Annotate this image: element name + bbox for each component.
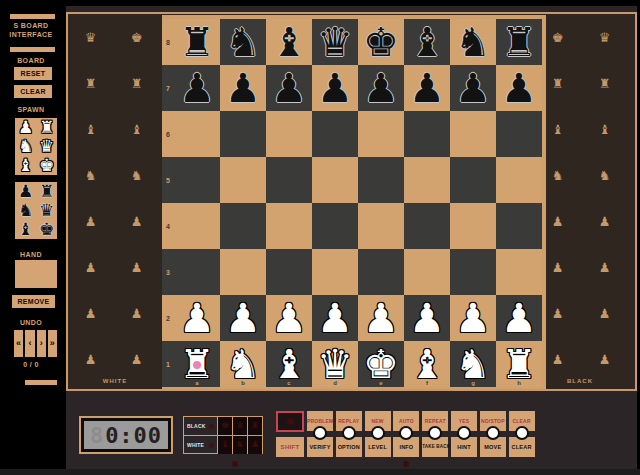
- setup-knight-icon: ♞: [598, 169, 611, 183]
- setup-symbol-row: ♟♟: [66, 199, 160, 245]
- square-f8[interactable]: ♝: [404, 19, 450, 65]
- rank-label-1: 1: [162, 341, 174, 387]
- black-pawn-glyph: ♟: [15, 182, 36, 201]
- spawn-black-knight[interactable]: ♞: [15, 201, 36, 220]
- indicator-row-white: WHITE♝♞♟: [184, 436, 262, 454]
- white-pawn-glyph: ♟: [496, 295, 542, 341]
- square-c3[interactable]: [266, 249, 312, 295]
- key-column-option: REPLAYOPTION: [336, 411, 362, 457]
- undo-section-label: UNDO: [0, 319, 62, 326]
- key-column-hint: YESHINT: [451, 411, 477, 457]
- spawn-black-bishop[interactable]: ♝: [15, 220, 36, 239]
- chess-board: 87654321 ♜♞♝♛♚♝♞♜♟♟♟♟♟♟♟♟♟♟♟♟♟♟♟♟♜a♞b♝c♛…: [162, 15, 546, 391]
- setup-pawn-icon: ♟: [551, 353, 564, 367]
- file-label-h: h: [496, 380, 542, 387]
- key-label-move[interactable]: MOVE: [480, 437, 506, 457]
- spawn-white-pawn[interactable]: ♟: [15, 118, 36, 137]
- black-pawn-glyph: ♟: [404, 65, 450, 111]
- square-c6[interactable]: [266, 111, 312, 157]
- black-queen-glyph: ♛: [36, 201, 57, 220]
- setup-pawn-icon: ♟: [84, 261, 97, 275]
- clock-display: 8 0:00: [79, 416, 173, 454]
- setup-symbol-row: ♟♟: [66, 337, 160, 383]
- setup-symbol-row: ♝♝: [546, 107, 637, 153]
- divider-bar: [10, 47, 55, 52]
- undo-controls: «‹›»: [14, 330, 57, 357]
- indicator-row-black: BLACK♚♛♜: [184, 417, 262, 436]
- square-f3[interactable]: [404, 249, 450, 295]
- square-c5[interactable]: [266, 157, 312, 203]
- square-h5[interactable]: [496, 157, 542, 203]
- key-column-info: AUTOINFO: [393, 411, 419, 457]
- square-a2[interactable]: ♟: [174, 295, 220, 341]
- setup-pawn-icon: ♟: [598, 353, 611, 367]
- square-f5[interactable]: [404, 157, 450, 203]
- hand-slot[interactable]: [15, 260, 57, 288]
- square-f4[interactable]: [404, 203, 450, 249]
- key-column-verify: PROBLEMVERIFY: [307, 411, 333, 457]
- black-pawn-glyph: ♟: [450, 65, 496, 111]
- square-f1[interactable]: ♝f: [404, 341, 450, 387]
- setup-pawn-icon: ♟: [551, 261, 564, 275]
- interface-title: S BOARD INTERFACE: [0, 21, 62, 39]
- square-g8[interactable]: ♞: [450, 19, 496, 65]
- board-frame: ♛♚♜♜♝♝♞♞♟♟♟♟♟♟♟♟ ♚♛♜♜♝♝♞♞♟♟♟♟♟♟♟♟ WHITE …: [66, 12, 637, 391]
- black-pawn-glyph: ♟: [266, 65, 312, 111]
- key-column-level: NEWLEVEL: [365, 411, 391, 457]
- square-b5[interactable]: [220, 157, 266, 203]
- highlight-dot: [193, 361, 201, 369]
- key-label-info[interactable]: INFO: [393, 437, 419, 457]
- spawn-black-queen[interactable]: ♛: [36, 201, 57, 220]
- setup-symbol-row: ♛♚: [66, 15, 160, 61]
- square-e3[interactable]: [358, 249, 404, 295]
- square-g1[interactable]: ♞g: [450, 341, 496, 387]
- square-d4[interactable]: [312, 203, 358, 249]
- rank-label-2: 2: [162, 295, 174, 341]
- setup-symbol-row: ♝♝: [66, 107, 160, 153]
- white-spawn-palette: ♟♜♞♛♝♚: [15, 118, 57, 175]
- setup-rook-icon: ♜: [84, 77, 97, 91]
- square-d5[interactable]: [312, 157, 358, 203]
- square-g6[interactable]: [450, 111, 496, 157]
- rank-label-8: 8: [162, 19, 174, 65]
- spawn-white-rook[interactable]: ♜: [36, 118, 57, 137]
- setup-bishop-icon: ♝: [130, 123, 143, 137]
- black-bishop-glyph: ♝: [404, 19, 450, 65]
- black-pawn-glyph: ♟: [496, 65, 542, 111]
- setup-queen-icon: ♛: [598, 31, 611, 45]
- rank-labels: 87654321: [162, 19, 174, 387]
- square-b8[interactable]: ♞: [220, 19, 266, 65]
- setup-king-icon: ♚: [551, 31, 564, 45]
- square-a3[interactable]: [174, 249, 220, 295]
- square-h4[interactable]: [496, 203, 542, 249]
- file-label-d: d: [312, 380, 358, 387]
- key-label-verify[interactable]: VERIFY: [307, 437, 333, 457]
- square-d6[interactable]: [312, 111, 358, 157]
- square-a7[interactable]: ♟: [174, 65, 220, 111]
- square-e4[interactable]: [358, 203, 404, 249]
- info-led-icon: [403, 461, 409, 467]
- shift-led-box: [276, 411, 304, 432]
- black-bishop-glyph: ♝: [266, 19, 312, 65]
- setup-symbol-row: ♟♟: [546, 245, 637, 291]
- square-c8[interactable]: ♝: [266, 19, 312, 65]
- square-g5[interactable]: [450, 157, 496, 203]
- square-a6[interactable]: [174, 111, 220, 157]
- square-c7[interactable]: ♟: [266, 65, 312, 111]
- setup-pawn-icon: ♟: [84, 215, 97, 229]
- square-e7[interactable]: ♟: [358, 65, 404, 111]
- setup-rook-icon: ♜: [130, 77, 143, 91]
- key-label-hint[interactable]: HINT: [451, 437, 477, 457]
- setup-king-icon: ♚: [130, 31, 143, 45]
- square-g2[interactable]: ♟: [450, 295, 496, 341]
- indicator-king-cell: ♚: [217, 417, 232, 435]
- square-e2[interactable]: ♟: [358, 295, 404, 341]
- square-a4[interactable]: [174, 203, 220, 249]
- side-indicator-panel: BLACK♚♛♜WHITE♝♞♟: [183, 416, 263, 454]
- square-d1[interactable]: ♛d: [312, 341, 358, 387]
- indicator-cells: ♝♞♟: [217, 436, 262, 454]
- key-column-move: NO/STOPMOVE: [480, 411, 506, 457]
- square-b3[interactable]: [220, 249, 266, 295]
- square-e5[interactable]: [358, 157, 404, 203]
- key-button-option[interactable]: [342, 426, 356, 440]
- square-f6[interactable]: [404, 111, 450, 157]
- file-label-g: g: [450, 380, 496, 387]
- rank-label-3: 3: [162, 249, 174, 295]
- white-pawn-glyph: ♟: [404, 295, 450, 341]
- square-h3[interactable]: [496, 249, 542, 295]
- key-button-clear[interactable]: [515, 426, 529, 440]
- undo-back-button[interactable]: ‹: [25, 330, 34, 357]
- divider-bar: [25, 380, 57, 385]
- left-setup-symbols: ♛♚♜♜♝♝♞♞♟♟♟♟♟♟♟♟: [66, 15, 160, 383]
- setup-bishop-icon: ♝: [551, 123, 564, 137]
- white-knight-glyph: ♞: [15, 137, 36, 156]
- square-d3[interactable]: [312, 249, 358, 295]
- white-pawn-glyph: ♟: [220, 295, 266, 341]
- white-led-icon: [209, 443, 214, 448]
- white-pawn-glyph: ♟: [358, 295, 404, 341]
- setup-pawn-icon: ♟: [130, 353, 143, 367]
- square-d7[interactable]: ♟: [312, 65, 358, 111]
- black-pawn-glyph: ♟: [312, 65, 358, 111]
- setup-symbol-row: ♞♞: [66, 153, 160, 199]
- white-bishop-glyph: ♝: [15, 156, 36, 175]
- square-g7[interactable]: ♟: [450, 65, 496, 111]
- white-pawn-glyph: ♟: [450, 295, 496, 341]
- undo-counter: 0 / 0: [0, 361, 62, 368]
- key-button-verify[interactable]: [313, 426, 327, 440]
- key-column-take-back: REPEATTAKE BACK: [422, 411, 448, 457]
- setup-pawn-icon: ♟: [598, 261, 611, 275]
- square-h8[interactable]: ♜: [496, 19, 542, 65]
- black-pawn-glyph: ♟: [174, 65, 220, 111]
- panel-led-icon: [232, 461, 238, 467]
- black-rook-glyph: ♜: [36, 182, 57, 201]
- setup-knight-icon: ♞: [551, 169, 564, 183]
- file-label-f: f: [404, 380, 450, 387]
- black-queen-glyph: ♛: [312, 19, 358, 65]
- white-pawn-glyph: ♟: [15, 118, 36, 137]
- square-a1[interactable]: ♜a: [174, 341, 220, 387]
- key-label-take-back[interactable]: TAKE BACK: [422, 437, 448, 457]
- rank-label-7: 7: [162, 65, 174, 111]
- remove-button[interactable]: REMOVE: [12, 295, 55, 308]
- bottom-edge-strip: [0, 469, 640, 475]
- square-e1[interactable]: ♚e: [358, 341, 404, 387]
- square-g3[interactable]: [450, 249, 496, 295]
- file-label-e: e: [358, 380, 404, 387]
- square-d8[interactable]: ♛: [312, 19, 358, 65]
- spawn-section-label: SPAWN: [0, 106, 62, 113]
- square-h2[interactable]: ♟: [496, 295, 542, 341]
- spawn-black-rook[interactable]: ♜: [36, 182, 57, 201]
- square-b1[interactable]: ♞b: [220, 341, 266, 387]
- indicator-cells: ♚♛♜: [217, 417, 262, 435]
- setup-queen-icon: ♛: [84, 31, 97, 45]
- black-rook-glyph: ♜: [174, 19, 220, 65]
- setup-symbol-row: ♞♞: [546, 153, 637, 199]
- square-f7[interactable]: ♟: [404, 65, 450, 111]
- right-setup-symbols: ♚♛♜♜♝♝♞♞♟♟♟♟♟♟♟♟: [546, 15, 637, 383]
- square-h1[interactable]: ♜h: [496, 341, 542, 387]
- black-rook-glyph: ♜: [496, 19, 542, 65]
- square-h6[interactable]: [496, 111, 542, 157]
- indicator-label-white: WHITE: [184, 442, 208, 448]
- indicator-pawn-cell: ♟: [247, 436, 262, 454]
- board-squares: ♜♞♝♛♚♝♞♜♟♟♟♟♟♟♟♟♟♟♟♟♟♟♟♟♜a♞b♝c♛d♚e♝f♞g♜h: [174, 19, 542, 387]
- white-pawn-glyph: ♟: [312, 295, 358, 341]
- chess-computer-ui: S BOARD INTERFACE BOARD RESET CLEAR SPAW…: [0, 0, 640, 475]
- lcd-screen: 8 0:00: [84, 421, 168, 449]
- setup-symbol-row: ♜♜: [546, 61, 637, 107]
- shift-button[interactable]: SHIFT: [276, 437, 304, 457]
- key-label-level[interactable]: LEVEL: [365, 437, 391, 457]
- key-button-level[interactable]: [371, 426, 385, 440]
- setup-rook-icon: ♜: [598, 77, 611, 91]
- setup-pawn-icon: ♟: [130, 215, 143, 229]
- black-spawn-palette: ♟♜♞♛♝♚: [15, 182, 57, 239]
- indicator-queen-cell: ♛: [232, 417, 247, 435]
- setup-pawn-icon: ♟: [598, 307, 611, 321]
- key-label-clear[interactable]: CLEAR: [509, 437, 535, 457]
- black-knight-glyph: ♞: [15, 201, 36, 220]
- square-f2[interactable]: ♟: [404, 295, 450, 341]
- setup-rook-icon: ♜: [551, 77, 564, 91]
- black-knight-glyph: ♞: [450, 19, 496, 65]
- undo-forward-button[interactable]: ›: [37, 330, 46, 357]
- square-e6[interactable]: [358, 111, 404, 157]
- clock-time: 0:00: [105, 423, 162, 448]
- spawn-white-knight[interactable]: ♞: [15, 137, 36, 156]
- key-column-clear: CLEARCLEAR: [509, 411, 535, 457]
- white-pawn-glyph: ♟: [174, 295, 220, 341]
- spawn-black-king[interactable]: ♚: [36, 220, 57, 239]
- setup-symbol-row: ♜♜: [66, 61, 160, 107]
- rank-label-6: 6: [162, 111, 174, 157]
- spawn-white-king[interactable]: ♚: [36, 156, 57, 175]
- rank-label-5: 5: [162, 157, 174, 203]
- key-button-move[interactable]: [486, 426, 500, 440]
- square-b6[interactable]: [220, 111, 266, 157]
- square-b2[interactable]: ♟: [220, 295, 266, 341]
- black-knight-glyph: ♞: [220, 19, 266, 65]
- spawn-white-bishop[interactable]: ♝: [15, 156, 36, 175]
- setup-bishop-icon: ♝: [598, 123, 611, 137]
- sensorboard-sidebar: S BOARD INTERFACE BOARD RESET CLEAR SPAW…: [0, 0, 66, 475]
- indicator-knight-cell: ♞: [232, 436, 247, 454]
- setup-symbol-row: ♟♟: [546, 337, 637, 383]
- spawn-black-pawn[interactable]: ♟: [15, 182, 36, 201]
- undo-last-button[interactable]: »: [48, 330, 57, 357]
- white-pawn-glyph: ♟: [266, 295, 312, 341]
- setup-bishop-icon: ♝: [84, 123, 97, 137]
- indicator-bishop-cell: ♝: [217, 436, 232, 454]
- square-b7[interactable]: ♟: [220, 65, 266, 111]
- white-side-label: WHITE: [85, 378, 145, 384]
- white-rook-glyph: ♜: [36, 118, 57, 137]
- setup-knight-icon: ♞: [84, 169, 97, 183]
- lcd-ghost-digit: 8: [90, 423, 104, 448]
- file-label-a: a: [174, 380, 220, 387]
- clear-board-button[interactable]: CLEAR: [14, 85, 52, 98]
- square-b4[interactable]: [220, 203, 266, 249]
- square-c2[interactable]: ♟: [266, 295, 312, 341]
- undo-first-button[interactable]: «: [14, 330, 23, 357]
- setup-symbol-row: ♚♛: [546, 15, 637, 61]
- setup-pawn-icon: ♟: [130, 261, 143, 275]
- black-bishop-glyph: ♝: [15, 220, 36, 239]
- square-h7[interactable]: ♟: [496, 65, 542, 111]
- square-c1[interactable]: ♝c: [266, 341, 312, 387]
- setup-pawn-icon: ♟: [598, 215, 611, 229]
- setup-pawn-icon: ♟: [551, 307, 564, 321]
- black-side-label: BLACK: [550, 378, 610, 384]
- setup-symbol-row: ♟♟: [546, 199, 637, 245]
- spawn-white-queen[interactable]: ♛: [36, 137, 57, 156]
- square-c4[interactable]: [266, 203, 312, 249]
- control-panel: 8 0:00 BLACK♚♛♜WHITE♝♞♟ SHIFT PROBLEMVER…: [66, 393, 637, 471]
- hand-section-label: HAND: [0, 251, 62, 258]
- setup-pawn-icon: ♟: [84, 307, 97, 321]
- white-queen-glyph: ♛: [36, 137, 57, 156]
- file-label-c: c: [266, 380, 312, 387]
- indicator-rook-cell: ♜: [247, 417, 262, 435]
- rank-label-4: 4: [162, 203, 174, 249]
- square-e8[interactable]: ♚: [358, 19, 404, 65]
- setup-pawn-icon: ♟: [130, 307, 143, 321]
- setup-symbol-row: ♟♟: [66, 245, 160, 291]
- key-button-hint[interactable]: [457, 426, 471, 440]
- indicator-label-black: BLACK: [184, 423, 208, 429]
- black-king-glyph: ♚: [36, 220, 57, 239]
- square-a5[interactable]: [174, 157, 220, 203]
- white-king-glyph: ♚: [36, 156, 57, 175]
- title-line-1: S BOARD: [0, 21, 62, 30]
- setup-knight-icon: ♞: [130, 169, 143, 183]
- setup-pawn-icon: ♟: [551, 215, 564, 229]
- title-line-2: INTERFACE: [0, 30, 62, 39]
- setup-symbol-row: ♟♟: [546, 291, 637, 337]
- setup-pawn-icon: ♟: [84, 353, 97, 367]
- board-section-label: BOARD: [0, 57, 62, 64]
- square-d2[interactable]: ♟: [312, 295, 358, 341]
- file-label-b: b: [220, 380, 266, 387]
- black-pawn-glyph: ♟: [220, 65, 266, 111]
- key-label-option[interactable]: OPTION: [336, 437, 362, 457]
- black-led-icon: [209, 424, 214, 429]
- reset-button[interactable]: RESET: [14, 67, 52, 80]
- square-g4[interactable]: [450, 203, 496, 249]
- divider-bar: [10, 14, 55, 19]
- setup-symbol-row: ♟♟: [66, 291, 160, 337]
- square-a8[interactable]: ♜: [174, 19, 220, 65]
- shift-led-icon: [287, 418, 294, 425]
- black-pawn-glyph: ♟: [358, 65, 404, 111]
- black-king-glyph: ♚: [358, 19, 404, 65]
